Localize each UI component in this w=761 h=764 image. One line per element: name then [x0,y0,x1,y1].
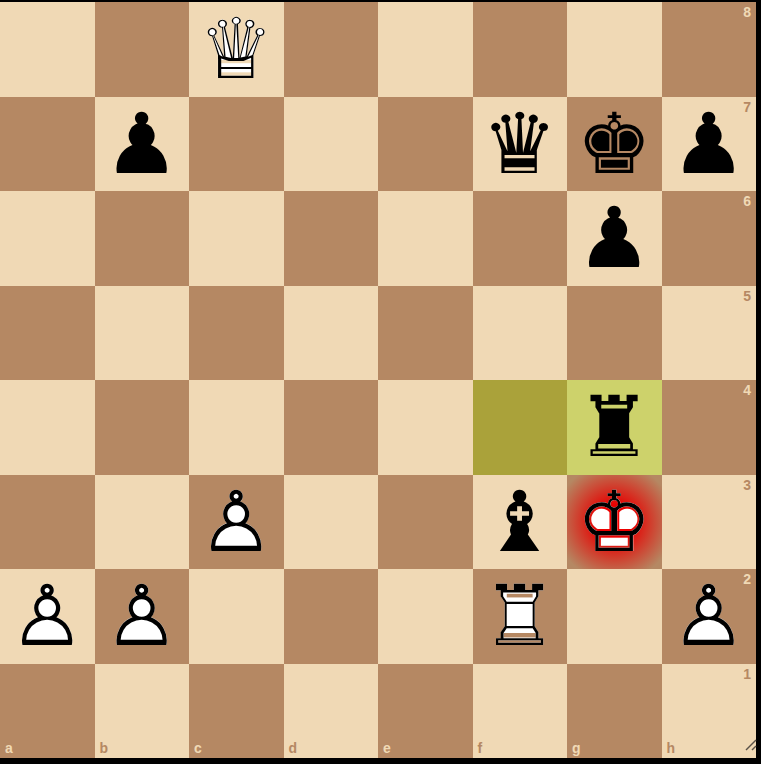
file-label-h: h [667,741,676,755]
square-c2[interactable] [189,569,284,664]
square-e6[interactable] [378,191,473,286]
square-h1[interactable]: 1h [662,664,757,759]
square-b3[interactable] [95,475,190,570]
black-pawn-glyph: ♟ [671,102,746,186]
black-pawn[interactable]: ♟ [662,97,757,192]
square-b7[interactable]: ♟ [95,97,190,192]
square-g1[interactable]: g [567,664,662,759]
black-king-glyph: ♚ [577,102,652,186]
black-queen-glyph: ♛ [482,102,557,186]
black-bishop[interactable]: ♝ [473,475,568,570]
white-pawn[interactable]: ♟♙ [95,569,190,664]
square-g6[interactable]: ♟ [567,191,662,286]
square-d5[interactable] [284,286,379,381]
square-e8[interactable] [378,2,473,97]
square-b6[interactable] [95,191,190,286]
square-g5[interactable] [567,286,662,381]
white-rook[interactable]: ♜♖ [473,569,568,664]
square-c8[interactable]: ♛♕ [189,2,284,97]
square-c5[interactable] [189,286,284,381]
square-h3[interactable]: 3 [662,475,757,570]
rank-label-3: 3 [743,478,751,492]
square-f4[interactable] [473,380,568,475]
white-pawn-glyph: ♙ [10,574,85,658]
file-label-e: e [383,741,391,755]
square-c3[interactable]: ♟♙ [189,475,284,570]
white-pawn-glyph: ♙ [671,574,746,658]
square-b2[interactable]: ♟♙ [95,569,190,664]
white-queen[interactable]: ♛♕ [189,2,284,97]
file-label-c: c [194,741,202,755]
square-h8[interactable]: 8 [662,2,757,97]
square-c7[interactable] [189,97,284,192]
square-f2[interactable]: ♜♖ [473,569,568,664]
black-pawn[interactable]: ♟ [567,191,662,286]
chess-board: ♛♕8♟♛♚♟7♟65♜4♟♙♝♚♔3♟♙♟♙♜♖♟♙2abcdefg1h [0,2,756,758]
white-pawn-glyph: ♙ [199,480,274,564]
black-pawn[interactable]: ♟ [95,97,190,192]
square-d1[interactable]: d [284,664,379,759]
white-queen-glyph: ♕ [199,7,274,91]
square-d2[interactable] [284,569,379,664]
square-b1[interactable]: b [95,664,190,759]
rank-label-6: 6 [743,194,751,208]
square-d7[interactable] [284,97,379,192]
rank-label-4: 4 [743,383,751,397]
black-king[interactable]: ♚ [567,97,662,192]
square-h4[interactable]: 4 [662,380,757,475]
square-g2[interactable] [567,569,662,664]
square-h2[interactable]: ♟♙2 [662,569,757,664]
white-pawn[interactable]: ♟♙ [189,475,284,570]
white-rook-glyph: ♖ [482,574,557,658]
square-g4[interactable]: ♜ [567,380,662,475]
black-rook-glyph: ♜ [577,385,652,469]
black-pawn-glyph: ♟ [577,196,652,280]
black-pawn-glyph: ♟ [104,102,179,186]
square-c4[interactable] [189,380,284,475]
file-label-f: f [478,741,483,755]
square-f5[interactable] [473,286,568,381]
rank-label-5: 5 [743,289,751,303]
white-king-glyph: ♔ [577,480,652,564]
square-a6[interactable] [0,191,95,286]
square-e5[interactable] [378,286,473,381]
square-h5[interactable]: 5 [662,286,757,381]
square-a3[interactable] [0,475,95,570]
square-e7[interactable] [378,97,473,192]
square-a5[interactable] [0,286,95,381]
square-b8[interactable] [95,2,190,97]
black-bishop-glyph: ♝ [482,480,557,564]
square-f8[interactable] [473,2,568,97]
square-a7[interactable] [0,97,95,192]
square-a4[interactable] [0,380,95,475]
square-h6[interactable]: 6 [662,191,757,286]
file-label-b: b [100,741,109,755]
file-label-g: g [572,741,581,755]
rank-label-1: 1 [743,667,751,681]
black-queen[interactable]: ♛ [473,97,568,192]
square-e2[interactable] [378,569,473,664]
square-e3[interactable] [378,475,473,570]
white-pawn-glyph: ♙ [104,574,179,658]
square-e1[interactable]: e [378,664,473,759]
rank-label-8: 8 [743,5,751,19]
chess-app-window: ♛♕8♟♛♚♟7♟65♜4♟♙♝♚♔3♟♙♟♙♜♖♟♙2abcdefg1h [0,0,761,764]
square-a1[interactable]: a [0,664,95,759]
file-label-a: a [5,741,13,755]
square-f3[interactable]: ♝ [473,475,568,570]
square-d4[interactable] [284,380,379,475]
white-pawn[interactable]: ♟♙ [662,569,757,664]
square-a8[interactable] [0,2,95,97]
square-d8[interactable] [284,2,379,97]
black-rook[interactable]: ♜ [567,380,662,475]
square-f6[interactable] [473,191,568,286]
square-g7[interactable]: ♚ [567,97,662,192]
square-c1[interactable]: c [189,664,284,759]
file-label-d: d [289,741,298,755]
square-c6[interactable] [189,191,284,286]
square-d3[interactable] [284,475,379,570]
white-pawn[interactable]: ♟♙ [0,569,95,664]
square-f1[interactable]: f [473,664,568,759]
square-a2[interactable]: ♟♙ [0,569,95,664]
resize-grip-icon[interactable] [744,738,757,751]
square-g3[interactable]: ♚♔ [567,475,662,570]
square-h7[interactable]: ♟7 [662,97,757,192]
square-g8[interactable] [567,2,662,97]
square-e4[interactable] [378,380,473,475]
square-b4[interactable] [95,380,190,475]
white-king[interactable]: ♚♔ [567,475,662,570]
square-f7[interactable]: ♛ [473,97,568,192]
square-d6[interactable] [284,191,379,286]
square-b5[interactable] [95,286,190,381]
